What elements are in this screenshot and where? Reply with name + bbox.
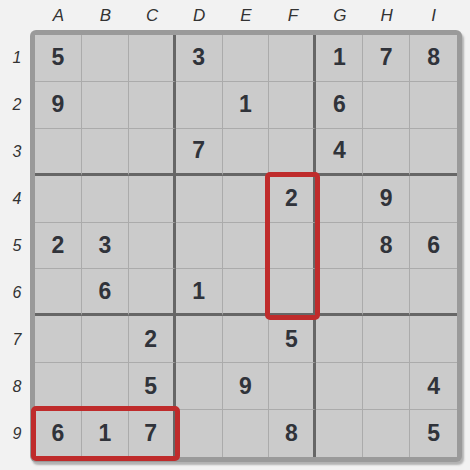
cell-F6[interactable] xyxy=(269,269,316,316)
cell-I2[interactable] xyxy=(410,82,457,129)
cell-A8[interactable] xyxy=(35,363,82,410)
cell-H4[interactable]: 9 xyxy=(363,176,410,223)
column-label-C: C xyxy=(129,0,176,28)
cell-E8[interactable]: 9 xyxy=(223,363,270,410)
row-label-1: 1 xyxy=(0,35,28,82)
given-digit: 3 xyxy=(192,46,205,69)
grid-wrap: 5317891674292386612559461785 xyxy=(35,35,457,457)
row-labels: 123456789 xyxy=(0,35,28,457)
cell-E5[interactable] xyxy=(223,223,270,270)
given-digit: 1 xyxy=(192,280,205,303)
cell-D6[interactable]: 1 xyxy=(176,269,223,316)
cell-C6[interactable] xyxy=(129,269,176,316)
cell-A2[interactable]: 9 xyxy=(35,82,82,129)
column-label-H: H xyxy=(363,0,410,28)
given-digit: 9 xyxy=(239,375,252,398)
cell-E6[interactable] xyxy=(223,269,270,316)
cell-I4[interactable] xyxy=(410,176,457,223)
sudoku-app: ABCDEFGHI 123456789 53178916742923866125… xyxy=(0,0,470,470)
given-digit: 6 xyxy=(98,280,111,303)
cell-C7[interactable]: 2 xyxy=(129,316,176,363)
cell-I1[interactable]: 8 xyxy=(410,35,457,82)
column-label-G: G xyxy=(316,0,363,28)
given-digit: 2 xyxy=(144,328,157,351)
cell-B2[interactable] xyxy=(82,82,129,129)
row-label-4: 4 xyxy=(0,176,28,223)
cell-A1[interactable]: 5 xyxy=(35,35,82,82)
given-digit: 6 xyxy=(427,234,440,257)
column-label-I: I xyxy=(410,0,457,28)
cell-D8[interactable] xyxy=(176,363,223,410)
cell-C1[interactable] xyxy=(129,35,176,82)
row-label-8: 8 xyxy=(0,363,28,410)
column-label-D: D xyxy=(176,0,223,28)
column-label-E: E xyxy=(223,0,270,28)
row-label-2: 2 xyxy=(0,82,28,129)
row-label-9: 9 xyxy=(0,410,28,457)
given-digit: 4 xyxy=(333,139,346,162)
cell-A5[interactable]: 2 xyxy=(35,223,82,270)
sudoku-grid: 5317891674292386612559461785 xyxy=(35,35,457,457)
cell-I5[interactable]: 6 xyxy=(410,223,457,270)
sudoku-board: 5317891674292386612559461785 xyxy=(30,30,462,462)
cell-F9[interactable]: 8 xyxy=(269,410,316,457)
cell-A9[interactable]: 6 xyxy=(35,410,82,457)
cell-H1[interactable]: 7 xyxy=(363,35,410,82)
given-digit: 9 xyxy=(52,93,65,116)
cell-C3[interactable] xyxy=(129,129,176,176)
given-digit: 5 xyxy=(285,328,298,351)
column-label-A: A xyxy=(35,0,82,28)
cell-A6[interactable] xyxy=(35,269,82,316)
row-label-5: 5 xyxy=(0,223,28,270)
column-label-B: B xyxy=(82,0,129,28)
cell-G3[interactable]: 4 xyxy=(316,129,363,176)
given-digit: 2 xyxy=(285,187,298,210)
row-label-7: 7 xyxy=(0,316,28,363)
cell-G6[interactable] xyxy=(316,269,363,316)
cell-B4[interactable] xyxy=(82,176,129,223)
cell-G4[interactable] xyxy=(316,176,363,223)
given-digit: 8 xyxy=(285,422,298,445)
cell-B7[interactable] xyxy=(82,316,129,363)
cell-E1[interactable] xyxy=(223,35,270,82)
cell-C9[interactable]: 7 xyxy=(129,410,176,457)
cell-A7[interactable] xyxy=(35,316,82,363)
cell-H9[interactable] xyxy=(363,410,410,457)
given-digit: 5 xyxy=(52,46,65,69)
cell-F1[interactable] xyxy=(269,35,316,82)
given-digit: 2 xyxy=(52,234,65,257)
cell-D9[interactable] xyxy=(176,410,223,457)
cell-A3[interactable] xyxy=(35,129,82,176)
cell-D4[interactable] xyxy=(176,176,223,223)
cell-B3[interactable] xyxy=(82,129,129,176)
cell-C4[interactable] xyxy=(129,176,176,223)
cell-C8[interactable]: 5 xyxy=(129,363,176,410)
given-digit: 9 xyxy=(380,187,393,210)
given-digit: 1 xyxy=(333,46,346,69)
given-digit: 8 xyxy=(427,46,440,69)
given-digit: 7 xyxy=(192,139,205,162)
cell-A4[interactable] xyxy=(35,176,82,223)
cell-I6[interactable] xyxy=(410,269,457,316)
cell-D3[interactable]: 7 xyxy=(176,129,223,176)
given-digit: 6 xyxy=(52,422,65,445)
cell-I3[interactable] xyxy=(410,129,457,176)
given-digit: 1 xyxy=(98,422,111,445)
cell-F5[interactable] xyxy=(269,223,316,270)
cell-F4[interactable]: 2 xyxy=(269,176,316,223)
cell-E9[interactable] xyxy=(223,410,270,457)
row-label-3: 3 xyxy=(0,129,28,176)
cell-D2[interactable] xyxy=(176,82,223,129)
cell-H7[interactable] xyxy=(363,316,410,363)
cell-I7[interactable] xyxy=(410,316,457,363)
column-label-F: F xyxy=(269,0,316,28)
cell-E4[interactable] xyxy=(223,176,270,223)
cell-E7[interactable] xyxy=(223,316,270,363)
given-digit: 6 xyxy=(333,93,346,116)
cell-B5[interactable]: 3 xyxy=(82,223,129,270)
cell-H8[interactable] xyxy=(363,363,410,410)
cell-H3[interactable] xyxy=(363,129,410,176)
row-label-6: 6 xyxy=(0,269,28,316)
given-digit: 7 xyxy=(144,422,157,445)
cell-H5[interactable]: 8 xyxy=(363,223,410,270)
given-digit: 5 xyxy=(427,422,440,445)
cell-G9[interactable] xyxy=(316,410,363,457)
cell-F2[interactable] xyxy=(269,82,316,129)
cell-B1[interactable] xyxy=(82,35,129,82)
given-digit: 5 xyxy=(144,375,157,398)
cell-C5[interactable] xyxy=(129,223,176,270)
cell-E3[interactable] xyxy=(223,129,270,176)
column-labels: ABCDEFGHI xyxy=(35,0,457,28)
cell-G7[interactable] xyxy=(316,316,363,363)
given-digit: 8 xyxy=(380,234,393,257)
cell-I8[interactable]: 4 xyxy=(410,363,457,410)
cell-D1[interactable]: 3 xyxy=(176,35,223,82)
cell-G2[interactable]: 6 xyxy=(316,82,363,129)
cell-B9[interactable]: 1 xyxy=(82,410,129,457)
cell-G5[interactable] xyxy=(316,223,363,270)
given-digit: 1 xyxy=(239,93,252,116)
cell-B8[interactable] xyxy=(82,363,129,410)
cell-D5[interactable] xyxy=(176,223,223,270)
given-digit: 7 xyxy=(380,46,393,69)
cell-G8[interactable] xyxy=(316,363,363,410)
cell-B6[interactable]: 6 xyxy=(82,269,129,316)
cell-D7[interactable] xyxy=(176,316,223,363)
cell-H2[interactable] xyxy=(363,82,410,129)
cell-H6[interactable] xyxy=(363,269,410,316)
cell-G1[interactable]: 1 xyxy=(316,35,363,82)
cell-C2[interactable] xyxy=(129,82,176,129)
cell-I9[interactable]: 5 xyxy=(410,410,457,457)
cell-E2[interactable]: 1 xyxy=(223,82,270,129)
given-digit: 3 xyxy=(98,234,111,257)
cell-F7[interactable]: 5 xyxy=(269,316,316,363)
cell-F8[interactable] xyxy=(269,363,316,410)
cell-F3[interactable] xyxy=(269,129,316,176)
given-digit: 4 xyxy=(427,375,440,398)
